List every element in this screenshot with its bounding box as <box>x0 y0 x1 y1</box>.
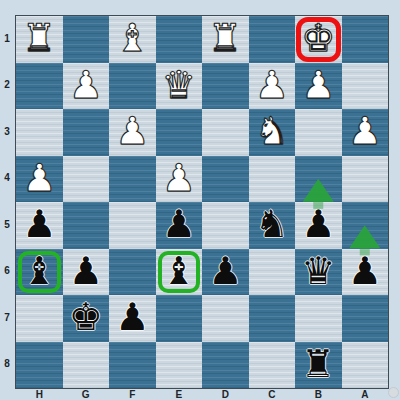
square-c6[interactable] <box>249 249 296 296</box>
white-pawn[interactable]: ♟ <box>115 108 149 154</box>
black-queen[interactable]: ♛ <box>301 248 335 294</box>
board-squares: ♜♝♜♚♟♛♟♟♟♞♟♟♟♟♟♞♟♝♟♝♟♛♟♚♟♜ <box>16 16 388 388</box>
black-pawn[interactable]: ♟ <box>115 294 149 340</box>
file-label-b: B <box>295 388 342 400</box>
square-d3[interactable] <box>202 109 249 156</box>
square-g6[interactable]: ♟ <box>63 249 110 296</box>
square-b7[interactable] <box>295 295 342 342</box>
square-g8[interactable] <box>63 342 110 389</box>
square-d5[interactable] <box>202 202 249 249</box>
square-a3[interactable]: ♟ <box>342 109 389 156</box>
file-label-h: H <box>16 388 63 400</box>
white-pawn[interactable]: ♟ <box>69 62 103 108</box>
rank-label-7: 7 <box>0 294 14 341</box>
black-pawn[interactable]: ♟ <box>301 201 335 247</box>
square-g3[interactable] <box>63 109 110 156</box>
file-label-d: D <box>202 388 249 400</box>
square-g7[interactable]: ♚ <box>63 295 110 342</box>
square-c3[interactable]: ♞ <box>249 109 296 156</box>
white-bishop[interactable]: ♝ <box>115 15 149 61</box>
square-h6[interactable]: ♝ <box>16 249 63 296</box>
square-f5[interactable] <box>109 202 156 249</box>
square-e6[interactable]: ♝ <box>156 249 203 296</box>
square-c8[interactable] <box>249 342 296 389</box>
black-pawn[interactable]: ♟ <box>22 201 56 247</box>
square-f3[interactable]: ♟ <box>109 109 156 156</box>
rank-label-4: 4 <box>0 155 14 202</box>
black-king[interactable]: ♚ <box>69 294 103 340</box>
square-e1[interactable] <box>156 16 203 63</box>
square-e7[interactable] <box>156 295 203 342</box>
file-label-f: F <box>109 388 156 400</box>
square-f8[interactable] <box>109 342 156 389</box>
square-e2[interactable]: ♛ <box>156 63 203 110</box>
rank-label-8: 8 <box>0 341 14 388</box>
square-f4[interactable] <box>109 156 156 203</box>
white-pawn[interactable]: ♟ <box>162 155 196 201</box>
square-a8[interactable] <box>342 342 389 389</box>
square-g2[interactable]: ♟ <box>63 63 110 110</box>
square-g5[interactable] <box>63 202 110 249</box>
black-pawn[interactable]: ♟ <box>162 201 196 247</box>
black-pawn[interactable]: ♟ <box>69 248 103 294</box>
white-pawn[interactable]: ♟ <box>301 62 335 108</box>
rank-label-3: 3 <box>0 108 14 155</box>
rank-label-2: 2 <box>0 62 14 109</box>
square-b1[interactable]: ♚ <box>295 16 342 63</box>
square-d8[interactable] <box>202 342 249 389</box>
square-b3[interactable] <box>295 109 342 156</box>
square-b5[interactable]: ♟ <box>295 202 342 249</box>
square-g1[interactable] <box>63 16 110 63</box>
file-label-a: A <box>342 388 389 400</box>
square-d4[interactable] <box>202 156 249 203</box>
square-b8[interactable]: ♜ <box>295 342 342 389</box>
square-g4[interactable] <box>63 156 110 203</box>
square-c7[interactable] <box>249 295 296 342</box>
black-pawn[interactable]: ♟ <box>208 248 242 294</box>
black-pawn[interactable]: ♟ <box>348 248 382 294</box>
square-e3[interactable] <box>156 109 203 156</box>
square-b4[interactable] <box>295 156 342 203</box>
square-e8[interactable] <box>156 342 203 389</box>
square-a2[interactable] <box>342 63 389 110</box>
square-h1[interactable]: ♜ <box>16 16 63 63</box>
black-knight[interactable]: ♞ <box>255 201 289 247</box>
file-label-c: C <box>249 388 296 400</box>
square-h8[interactable] <box>16 342 63 389</box>
square-h7[interactable] <box>16 295 63 342</box>
square-a7[interactable] <box>342 295 389 342</box>
file-label-g: G <box>63 388 110 400</box>
square-d6[interactable]: ♟ <box>202 249 249 296</box>
square-h5[interactable]: ♟ <box>16 202 63 249</box>
square-f1[interactable]: ♝ <box>109 16 156 63</box>
rank-label-6: 6 <box>0 248 14 295</box>
white-rook[interactable]: ♜ <box>22 15 56 61</box>
square-c2[interactable]: ♟ <box>249 63 296 110</box>
square-h3[interactable] <box>16 109 63 156</box>
white-king[interactable]: ♚ <box>301 15 335 61</box>
square-c4[interactable] <box>249 156 296 203</box>
square-f2[interactable] <box>109 63 156 110</box>
white-rook[interactable]: ♜ <box>208 15 242 61</box>
square-d7[interactable] <box>202 295 249 342</box>
white-pawn[interactable]: ♟ <box>22 155 56 201</box>
file-label-e: E <box>156 388 203 400</box>
square-d2[interactable] <box>202 63 249 110</box>
square-h4[interactable]: ♟ <box>16 156 63 203</box>
white-pawn[interactable]: ♟ <box>255 62 289 108</box>
square-a4[interactable] <box>342 156 389 203</box>
chess-board: ♜♝♜♚♟♛♟♟♟♞♟♟♟♟♟♞♟♝♟♝♟♛♟♚♟♜ <box>15 15 389 389</box>
square-a5[interactable] <box>342 202 389 249</box>
square-c5[interactable]: ♞ <box>249 202 296 249</box>
square-c1[interactable] <box>249 16 296 63</box>
black-rook[interactable]: ♜ <box>301 341 335 387</box>
square-e4[interactable]: ♟ <box>156 156 203 203</box>
square-e5[interactable]: ♟ <box>156 202 203 249</box>
white-knight[interactable]: ♞ <box>255 108 289 154</box>
square-a6[interactable]: ♟ <box>342 249 389 296</box>
square-a1[interactable] <box>342 16 389 63</box>
square-f7[interactable]: ♟ <box>109 295 156 342</box>
rank-label-5: 5 <box>0 201 14 248</box>
black-bishop[interactable]: ♝ <box>22 248 56 294</box>
white-queen[interactable]: ♛ <box>162 62 196 108</box>
square-b6[interactable]: ♛ <box>295 249 342 296</box>
square-h2[interactable] <box>16 63 63 110</box>
square-b2[interactable]: ♟ <box>295 63 342 110</box>
white-pawn[interactable]: ♟ <box>348 108 382 154</box>
square-f6[interactable] <box>109 249 156 296</box>
rank-label-1: 1 <box>0 15 14 62</box>
square-d1[interactable]: ♜ <box>202 16 249 63</box>
board-resize-handle[interactable] <box>388 387 399 398</box>
black-bishop[interactable]: ♝ <box>162 248 196 294</box>
